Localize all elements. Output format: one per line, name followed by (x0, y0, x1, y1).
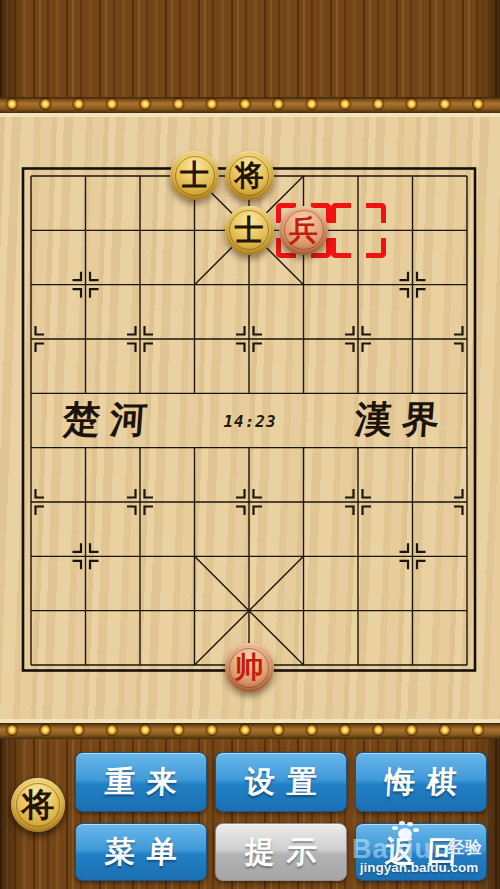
hint-button[interactable]: 提示 (215, 823, 347, 881)
piece-red-general[interactable]: 帅 (225, 643, 274, 692)
turn-indicator-piece: 将 (11, 778, 65, 832)
piece-black-advisor[interactable]: 士 (225, 206, 274, 255)
top-wood-panel (0, 0, 500, 97)
undo-button[interactable]: 悔棋 (355, 752, 487, 812)
toolbar: 重来 设置 悔棋 菜单 提示 返回 (75, 752, 487, 881)
piece-glyph: 士 (180, 161, 209, 190)
back-button[interactable]: 返回 (355, 823, 487, 881)
piece-black-general[interactable]: 将 (225, 151, 274, 200)
top-rivet-strip (0, 97, 500, 113)
piece-black-advisor[interactable]: 士 (170, 151, 219, 200)
menu-button[interactable]: 菜单 (75, 823, 207, 881)
bottom-rivet-strip (0, 723, 500, 739)
piece-glyph: 帅 (235, 653, 264, 682)
piece-glyph: 将 (235, 161, 264, 190)
turn-indicator-glyph: 将 (22, 783, 55, 828)
restart-button[interactable]: 重来 (75, 752, 207, 812)
last-move-marker (331, 203, 386, 257)
app-window: 楚河 14:23 漢界 士将士兵帅 将 重来 设置 悔棋 菜单 提示 返回 Ba… (0, 0, 500, 889)
piece-red-soldier[interactable]: 兵 (279, 206, 328, 255)
xiangqi-board[interactable]: 士将士兵帅 (4, 149, 495, 692)
piece-glyph: 兵 (289, 216, 318, 245)
piece-glyph: 士 (235, 216, 264, 245)
settings-button[interactable]: 设置 (215, 752, 347, 812)
